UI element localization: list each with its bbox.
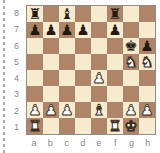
square-d2[interactable] bbox=[75, 102, 91, 118]
white-pawn-g2: ♟ bbox=[123, 102, 139, 118]
square-c5[interactable] bbox=[59, 54, 75, 70]
black-pawn-c7: ♟ bbox=[59, 22, 75, 38]
square-g2[interactable]: ♟ bbox=[123, 102, 139, 118]
square-c8[interactable]: ♝ bbox=[59, 6, 75, 22]
square-a6[interactable] bbox=[27, 38, 43, 54]
white-pawn-h2: ♟ bbox=[139, 102, 155, 118]
square-b6[interactable] bbox=[43, 38, 59, 54]
square-e4[interactable]: ♟ bbox=[91, 70, 107, 86]
square-f8[interactable]: ♜ bbox=[107, 6, 123, 22]
square-d7[interactable]: ♟ bbox=[75, 22, 91, 38]
square-f2[interactable] bbox=[107, 102, 123, 118]
square-e2[interactable]: ♝ bbox=[91, 102, 107, 118]
square-c1[interactable] bbox=[59, 118, 75, 134]
file-label-a: a bbox=[26, 137, 42, 149]
square-h8[interactable] bbox=[139, 6, 155, 22]
square-g3[interactable] bbox=[123, 86, 139, 102]
black-pawn-f7: ♟ bbox=[107, 22, 123, 38]
rank-label-3: 3 bbox=[6, 86, 22, 102]
square-a7[interactable]: ♟ bbox=[27, 22, 43, 38]
file-label-b: b bbox=[42, 137, 58, 149]
rank-label-1: 1 bbox=[6, 119, 22, 135]
square-f3[interactable] bbox=[107, 86, 123, 102]
rank-label-8: 8 bbox=[6, 5, 22, 21]
file-labels: abcdefgh bbox=[26, 137, 156, 149]
file-label-d: d bbox=[75, 137, 91, 149]
file-label-h: h bbox=[140, 137, 156, 149]
square-b5[interactable] bbox=[43, 54, 59, 70]
square-f7[interactable]: ♟ bbox=[107, 22, 123, 38]
square-d5[interactable] bbox=[75, 54, 91, 70]
black-king-g6: ♚ bbox=[123, 38, 139, 54]
square-c7[interactable]: ♟ bbox=[59, 22, 75, 38]
square-b3[interactable] bbox=[43, 86, 59, 102]
square-b4[interactable] bbox=[43, 70, 59, 86]
file-label-e: e bbox=[91, 137, 107, 149]
square-e8[interactable] bbox=[91, 6, 107, 22]
black-pawn-d7: ♟ bbox=[75, 22, 91, 38]
black-pawn-a7: ♟ bbox=[27, 22, 43, 38]
square-b7[interactable]: ♟ bbox=[43, 22, 59, 38]
rank-labels: 87654321 bbox=[6, 5, 22, 135]
square-c2[interactable]: ♟ bbox=[59, 102, 75, 118]
square-a4[interactable] bbox=[27, 70, 43, 86]
black-pawn-h6: ♟ bbox=[139, 38, 155, 54]
square-h1[interactable] bbox=[139, 118, 155, 134]
square-c6[interactable] bbox=[59, 38, 75, 54]
square-f6[interactable] bbox=[107, 38, 123, 54]
square-d4[interactable] bbox=[75, 70, 91, 86]
square-d6[interactable] bbox=[75, 38, 91, 54]
square-g1[interactable]: ♚ bbox=[123, 118, 139, 134]
square-c4[interactable] bbox=[59, 70, 75, 86]
square-h6[interactable]: ♟ bbox=[139, 38, 155, 54]
black-rook-f8: ♜ bbox=[107, 6, 123, 22]
square-b2[interactable]: ♟ bbox=[43, 102, 59, 118]
black-pawn-b7: ♟ bbox=[43, 22, 59, 38]
square-e5[interactable] bbox=[91, 54, 107, 70]
rank-label-4: 4 bbox=[6, 70, 22, 86]
file-label-g: g bbox=[124, 137, 140, 149]
file-label-f: f bbox=[107, 137, 123, 149]
square-g6[interactable]: ♚ bbox=[123, 38, 139, 54]
square-h5[interactable]: ♞ bbox=[139, 54, 155, 70]
rank-label-6: 6 bbox=[6, 38, 22, 54]
white-knight-g5: ♞ bbox=[123, 54, 139, 70]
square-d8[interactable] bbox=[75, 6, 91, 22]
square-f4[interactable] bbox=[107, 70, 123, 86]
white-rook-a1: ♜ bbox=[27, 118, 43, 134]
white-rook-f1: ♜ bbox=[107, 118, 123, 134]
square-b1[interactable] bbox=[43, 118, 59, 134]
square-g8[interactable] bbox=[123, 6, 139, 22]
white-pawn-b2: ♟ bbox=[43, 102, 59, 118]
rank-label-2: 2 bbox=[6, 103, 22, 119]
square-e7[interactable] bbox=[91, 22, 107, 38]
square-c3[interactable] bbox=[59, 86, 75, 102]
white-pawn-c2: ♟ bbox=[59, 102, 75, 118]
square-g7[interactable] bbox=[123, 22, 139, 38]
square-a8[interactable]: ♜ bbox=[27, 6, 43, 22]
square-h3[interactable] bbox=[139, 86, 155, 102]
black-rook-a8: ♜ bbox=[27, 6, 43, 22]
square-h7[interactable] bbox=[139, 22, 155, 38]
rank-label-5: 5 bbox=[6, 54, 22, 70]
square-a3[interactable] bbox=[27, 86, 43, 102]
square-h4[interactable] bbox=[139, 70, 155, 86]
square-g5[interactable]: ♞ bbox=[123, 54, 139, 70]
square-h2[interactable]: ♟ bbox=[139, 102, 155, 118]
square-b8[interactable] bbox=[43, 6, 59, 22]
white-king-g1: ♚ bbox=[123, 118, 139, 134]
white-pawn-a2: ♟ bbox=[27, 102, 43, 118]
chess-board[interactable]: ♜♝♜♟♟♟♟♟♚♟♞♞♟♟♟♟♝♟♟♜♜♚ bbox=[26, 5, 156, 135]
square-e1[interactable] bbox=[91, 118, 107, 134]
rank-label-7: 7 bbox=[6, 21, 22, 37]
square-f1[interactable]: ♜ bbox=[107, 118, 123, 134]
white-bishop-e2: ♝ bbox=[91, 102, 107, 118]
white-pawn-e4: ♟ bbox=[91, 70, 107, 86]
square-a5[interactable] bbox=[27, 54, 43, 70]
square-g4[interactable] bbox=[123, 70, 139, 86]
square-d3[interactable] bbox=[75, 86, 91, 102]
square-a1[interactable]: ♜ bbox=[27, 118, 43, 134]
left-dashed-border bbox=[3, 0, 5, 153]
square-f5[interactable] bbox=[107, 54, 123, 70]
black-bishop-c8: ♝ bbox=[59, 6, 75, 22]
square-e6[interactable] bbox=[91, 38, 107, 54]
square-d1[interactable] bbox=[75, 118, 91, 134]
square-e3[interactable] bbox=[91, 86, 107, 102]
white-knight-h5: ♞ bbox=[139, 54, 155, 70]
file-label-c: c bbox=[59, 137, 75, 149]
square-a2[interactable]: ♟ bbox=[27, 102, 43, 118]
